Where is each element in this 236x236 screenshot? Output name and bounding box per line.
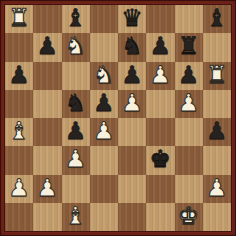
- square-b5[interactable]: [33, 90, 61, 118]
- black-pawn[interactable]: ♟: [90, 90, 118, 117]
- square-b2[interactable]: ♟: [33, 175, 61, 203]
- square-h8[interactable]: ♝: [203, 5, 231, 33]
- square-e7[interactable]: ♞: [118, 33, 146, 61]
- white-bishop[interactable]: ♝: [5, 118, 33, 145]
- black-pawn[interactable]: ♟: [203, 118, 231, 145]
- square-g1[interactable]: ♚: [175, 203, 203, 231]
- square-h4[interactable]: ♟: [203, 118, 231, 146]
- square-a1[interactable]: [5, 203, 33, 231]
- black-pawn[interactable]: ♟: [5, 62, 33, 89]
- square-f1[interactable]: [146, 203, 174, 231]
- square-c4[interactable]: ♟: [62, 118, 90, 146]
- square-c6[interactable]: [62, 62, 90, 90]
- square-b8[interactable]: [33, 5, 61, 33]
- square-e5[interactable]: ♟: [118, 90, 146, 118]
- square-g2[interactable]: [175, 175, 203, 203]
- chess-board: ♜♝♛♝♟♞♞♟♜♟♞♟♟♟♜♞♟♟♟♝♟♟♟♟♚♟♟♟♝♚: [5, 5, 231, 231]
- white-pawn[interactable]: ♟: [175, 90, 203, 117]
- square-f6[interactable]: ♟: [146, 62, 174, 90]
- square-e2[interactable]: [118, 175, 146, 203]
- square-h3[interactable]: [203, 146, 231, 174]
- square-c2[interactable]: [62, 175, 90, 203]
- square-d4[interactable]: ♟: [90, 118, 118, 146]
- square-e8[interactable]: ♛: [118, 5, 146, 33]
- square-c3[interactable]: ♟: [62, 146, 90, 174]
- square-g5[interactable]: ♟: [175, 90, 203, 118]
- square-h5[interactable]: [203, 90, 231, 118]
- square-f4[interactable]: [146, 118, 174, 146]
- white-pawn[interactable]: ♟: [62, 146, 90, 173]
- square-h2[interactable]: ♟: [203, 175, 231, 203]
- white-rook[interactable]: ♜: [203, 62, 231, 89]
- black-pawn[interactable]: ♟: [146, 33, 174, 60]
- square-e3[interactable]: [118, 146, 146, 174]
- square-c5[interactable]: ♞: [62, 90, 90, 118]
- white-bishop[interactable]: ♝: [62, 203, 90, 230]
- square-d8[interactable]: [90, 5, 118, 33]
- square-d2[interactable]: [90, 175, 118, 203]
- black-king[interactable]: ♚: [146, 146, 174, 173]
- square-d3[interactable]: [90, 146, 118, 174]
- white-pawn[interactable]: ♟: [203, 175, 231, 202]
- black-knight[interactable]: ♞: [118, 33, 146, 60]
- square-g6[interactable]: ♟: [175, 62, 203, 90]
- square-e1[interactable]: [118, 203, 146, 231]
- black-pawn[interactable]: ♟: [33, 33, 61, 60]
- square-d5[interactable]: ♟: [90, 90, 118, 118]
- square-g4[interactable]: [175, 118, 203, 146]
- white-knight[interactable]: ♞: [90, 62, 118, 89]
- square-a7[interactable]: [5, 33, 33, 61]
- white-pawn[interactable]: ♟: [90, 118, 118, 145]
- white-pawn[interactable]: ♟: [146, 62, 174, 89]
- board-frame: ♜♝♛♝♟♞♞♟♜♟♞♟♟♟♜♞♟♟♟♝♟♟♟♟♚♟♟♟♝♚: [0, 0, 236, 236]
- square-a4[interactable]: ♝: [5, 118, 33, 146]
- square-a8[interactable]: ♜: [5, 5, 33, 33]
- square-g7[interactable]: ♜: [175, 33, 203, 61]
- black-pawn[interactable]: ♟: [175, 62, 203, 89]
- black-bishop[interactable]: ♝: [62, 5, 90, 32]
- square-g3[interactable]: [175, 146, 203, 174]
- square-b6[interactable]: [33, 62, 61, 90]
- square-a2[interactable]: ♟: [5, 175, 33, 203]
- square-b3[interactable]: [33, 146, 61, 174]
- square-d7[interactable]: [90, 33, 118, 61]
- black-pawn[interactable]: ♟: [118, 62, 146, 89]
- square-b4[interactable]: [33, 118, 61, 146]
- square-f5[interactable]: [146, 90, 174, 118]
- white-pawn[interactable]: ♟: [118, 90, 146, 117]
- square-d6[interactable]: ♞: [90, 62, 118, 90]
- square-c8[interactable]: ♝: [62, 5, 90, 33]
- black-pawn[interactable]: ♟: [62, 118, 90, 145]
- black-knight[interactable]: ♞: [62, 90, 90, 117]
- square-h1[interactable]: [203, 203, 231, 231]
- white-knight[interactable]: ♞: [62, 33, 90, 60]
- square-f3[interactable]: ♚: [146, 146, 174, 174]
- black-queen[interactable]: ♛: [118, 5, 146, 32]
- square-b7[interactable]: ♟: [33, 33, 61, 61]
- square-f7[interactable]: ♟: [146, 33, 174, 61]
- square-e6[interactable]: ♟: [118, 62, 146, 90]
- square-h7[interactable]: [203, 33, 231, 61]
- white-king[interactable]: ♚: [175, 203, 203, 230]
- square-a5[interactable]: [5, 90, 33, 118]
- square-c7[interactable]: ♞: [62, 33, 90, 61]
- square-h6[interactable]: ♜: [203, 62, 231, 90]
- white-pawn[interactable]: ♟: [33, 175, 61, 202]
- white-pawn[interactable]: ♟: [5, 175, 33, 202]
- square-a6[interactable]: ♟: [5, 62, 33, 90]
- white-rook[interactable]: ♜: [5, 5, 33, 32]
- square-d1[interactable]: [90, 203, 118, 231]
- square-b1[interactable]: [33, 203, 61, 231]
- black-bishop[interactable]: ♝: [203, 5, 231, 32]
- square-e4[interactable]: [118, 118, 146, 146]
- square-f2[interactable]: [146, 175, 174, 203]
- square-c1[interactable]: ♝: [62, 203, 90, 231]
- square-g8[interactable]: [175, 5, 203, 33]
- square-a3[interactable]: [5, 146, 33, 174]
- black-rook[interactable]: ♜: [175, 33, 203, 60]
- square-f8[interactable]: [146, 5, 174, 33]
